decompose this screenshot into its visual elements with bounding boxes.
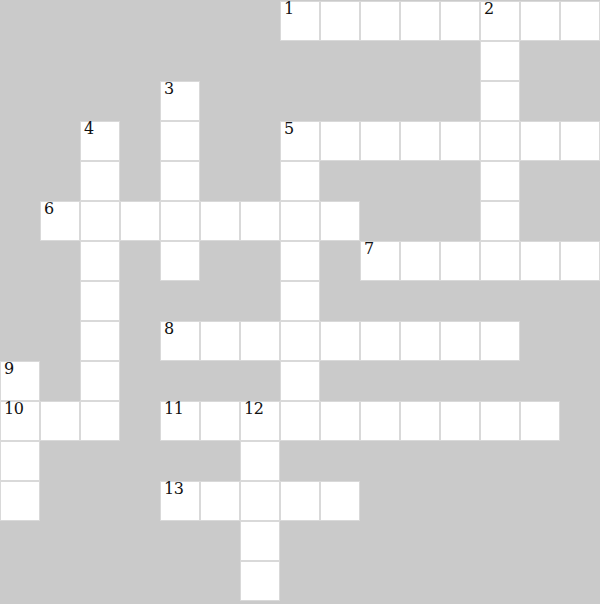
crossword-cell-r0c13[interactable]	[521, 2, 559, 40]
block-cell-r4c8	[321, 162, 359, 200]
crossword-cell-r13c6[interactable]	[241, 522, 279, 560]
crossword-cell-r5c7[interactable]	[281, 202, 319, 240]
crossword-cell-r10c5[interactable]	[201, 402, 239, 440]
block-cell-r12c14	[561, 482, 599, 520]
block-cell-r1c6	[241, 42, 279, 80]
crossword-cell-r12c4[interactable]: 13	[161, 482, 199, 520]
block-cell-r12c1	[41, 482, 79, 520]
crossword-cell-r3c4[interactable]	[161, 122, 199, 160]
crossword-cell-r3c2[interactable]: 4	[81, 122, 119, 160]
crossword-cell-r10c2[interactable]	[81, 402, 119, 440]
block-cell-r7c3	[121, 282, 159, 320]
block-cell-r5c10	[401, 202, 439, 240]
crossword-cell-r9c2[interactable]	[81, 362, 119, 400]
block-cell-r1c14	[561, 42, 599, 80]
crossword-cell-r5c1[interactable]: 6	[41, 202, 79, 240]
crossword-cell-r6c12[interactable]	[481, 242, 519, 280]
block-cell-r4c14	[561, 162, 599, 200]
crossword-cell-r3c14[interactable]	[561, 122, 599, 160]
block-cell-r11c11	[441, 442, 479, 480]
block-cell-r10c14	[561, 402, 599, 440]
block-cell-r7c6	[241, 282, 279, 320]
block-cell-r2c3	[121, 82, 159, 120]
block-cell-r1c0	[1, 42, 39, 80]
block-cell-r14c0	[1, 562, 39, 600]
crossword-cell-r0c10[interactable]	[401, 2, 439, 40]
clue-number-3: 3	[164, 81, 174, 97]
block-cell-r9c13	[521, 362, 559, 400]
crossword-cell-r10c13[interactable]	[521, 402, 559, 440]
clue-number-4: 4	[84, 121, 94, 137]
block-cell-r12c11	[441, 482, 479, 520]
block-cell-r7c14	[561, 282, 599, 320]
crossword-cell-r8c8[interactable]	[321, 322, 359, 360]
crossword-cell-r3c7[interactable]: 5	[281, 122, 319, 160]
block-cell-r1c1	[41, 42, 79, 80]
crossword-cell-r0c9[interactable]	[361, 2, 399, 40]
crossword-cell-r12c6[interactable]	[241, 482, 279, 520]
crossword-cell-r5c12[interactable]	[481, 202, 519, 240]
crossword-cell-r9c7[interactable]	[281, 362, 319, 400]
block-cell-r4c13	[521, 162, 559, 200]
block-cell-r13c7	[281, 522, 319, 560]
block-cell-r13c2	[81, 522, 119, 560]
clue-number-5: 5	[284, 121, 294, 137]
block-cell-r7c12	[481, 282, 519, 320]
crossword-cell-r0c12[interactable]: 2	[481, 2, 519, 40]
crossword-cell-r0c11[interactable]	[441, 2, 479, 40]
block-cell-r11c7	[281, 442, 319, 480]
block-cell-r4c6	[241, 162, 279, 200]
crossword-cell-r3c13[interactable]	[521, 122, 559, 160]
block-cell-r13c14	[561, 522, 599, 560]
clue-number-9: 9	[4, 361, 14, 377]
block-cell-r0c6	[241, 2, 279, 40]
block-cell-r1c2	[81, 42, 119, 80]
block-cell-r12c12	[481, 482, 519, 520]
crossword-cell-r4c2[interactable]	[81, 162, 119, 200]
block-cell-r5c11	[441, 202, 479, 240]
crossword-cell-r2c4[interactable]: 3	[161, 82, 199, 120]
block-cell-r13c12	[481, 522, 519, 560]
block-cell-r7c5	[201, 282, 239, 320]
block-cell-r6c0	[1, 242, 39, 280]
block-cell-r12c10	[401, 482, 439, 520]
block-cell-r8c14	[561, 322, 599, 360]
block-cell-r14c11	[441, 562, 479, 600]
block-cell-r2c11	[441, 82, 479, 120]
block-cell-r14c9	[361, 562, 399, 600]
block-cell-r7c1	[41, 282, 79, 320]
crossword-cell-r0c8[interactable]	[321, 2, 359, 40]
block-cell-r7c8	[321, 282, 359, 320]
block-cell-r9c9	[361, 362, 399, 400]
crossword-cell-r8c5[interactable]	[201, 322, 239, 360]
block-cell-r4c9	[361, 162, 399, 200]
crossword-board: 12345678910111213	[0, 0, 600, 604]
clue-number-13: 13	[164, 481, 183, 497]
block-cell-r13c1	[41, 522, 79, 560]
block-cell-r2c5	[201, 82, 239, 120]
block-cell-r7c11	[441, 282, 479, 320]
crossword-cell-r11c6[interactable]	[241, 442, 279, 480]
crossword-cell-r3c11[interactable]	[441, 122, 479, 160]
block-cell-r4c5	[201, 162, 239, 200]
block-cell-r11c3	[121, 442, 159, 480]
block-cell-r13c11	[441, 522, 479, 560]
crossword-cell-r3c8[interactable]	[321, 122, 359, 160]
crossword-cell-r4c4[interactable]	[161, 162, 199, 200]
block-cell-r13c9	[361, 522, 399, 560]
block-cell-r1c7	[281, 42, 319, 80]
block-cell-r2c2	[81, 82, 119, 120]
block-cell-r11c4	[161, 442, 199, 480]
block-cell-r13c5	[201, 522, 239, 560]
crossword-cell-r5c4[interactable]	[161, 202, 199, 240]
crossword-cell-r6c4[interactable]	[161, 242, 199, 280]
block-cell-r7c4	[161, 282, 199, 320]
block-cell-r6c6	[241, 242, 279, 280]
crossword-cell-r8c4[interactable]: 8	[161, 322, 199, 360]
block-cell-r8c13	[521, 322, 559, 360]
clue-number-10: 10	[4, 401, 23, 417]
crossword-cell-r12c5[interactable]	[201, 482, 239, 520]
crossword-cell-r3c10[interactable]	[401, 122, 439, 160]
block-cell-r2c7	[281, 82, 319, 120]
crossword-cell-r12c8[interactable]	[321, 482, 359, 520]
block-cell-r0c5	[201, 2, 239, 40]
block-cell-r6c1	[41, 242, 79, 280]
block-cell-r9c10	[401, 362, 439, 400]
crossword-cell-r10c11[interactable]	[441, 402, 479, 440]
crossword-cell-r12c0[interactable]	[1, 482, 39, 520]
block-cell-r9c11	[441, 362, 479, 400]
block-cell-r10c3	[121, 402, 159, 440]
block-cell-r3c5	[201, 122, 239, 160]
block-cell-r14c7	[281, 562, 319, 600]
crossword-cell-r9c0[interactable]: 9	[1, 362, 39, 400]
crossword-cell-r3c9[interactable]	[361, 122, 399, 160]
block-cell-r9c12	[481, 362, 519, 400]
block-cell-r13c3	[121, 522, 159, 560]
block-cell-r11c14	[561, 442, 599, 480]
clue-number-8: 8	[164, 321, 174, 337]
crossword-cell-r6c11[interactable]	[441, 242, 479, 280]
block-cell-r0c3	[121, 2, 159, 40]
block-cell-r3c3	[121, 122, 159, 160]
crossword-cell-r5c5[interactable]	[201, 202, 239, 240]
block-cell-r8c0	[1, 322, 39, 360]
crossword-cell-r1c12[interactable]	[481, 42, 519, 80]
block-cell-r1c13	[521, 42, 559, 80]
crossword-cell-r12c7[interactable]	[281, 482, 319, 520]
clue-number-1: 1	[284, 1, 294, 17]
clue-number-7: 7	[364, 241, 374, 257]
block-cell-r3c1	[41, 122, 79, 160]
crossword-cell-r8c12[interactable]	[481, 322, 519, 360]
block-cell-r3c6	[241, 122, 279, 160]
block-cell-r2c9	[361, 82, 399, 120]
block-cell-r9c4	[161, 362, 199, 400]
clue-number-6: 6	[44, 201, 54, 217]
block-cell-r6c5	[201, 242, 239, 280]
crossword-cell-r0c7[interactable]: 1	[281, 2, 319, 40]
crossword-cell-r6c2[interactable]	[81, 242, 119, 280]
block-cell-r14c14	[561, 562, 599, 600]
block-cell-r14c8	[321, 562, 359, 600]
block-cell-r4c0	[1, 162, 39, 200]
block-cell-r6c8	[321, 242, 359, 280]
block-cell-r7c9	[361, 282, 399, 320]
block-cell-r2c13	[521, 82, 559, 120]
crossword-cell-r10c4[interactable]: 11	[161, 402, 199, 440]
block-cell-r11c8	[321, 442, 359, 480]
block-cell-r11c12	[481, 442, 519, 480]
block-cell-r13c8	[321, 522, 359, 560]
crossword-grid: 12345678910111213	[1, 2, 600, 602]
crossword-cell-r6c10[interactable]	[401, 242, 439, 280]
block-cell-r0c1	[41, 2, 79, 40]
crossword-cell-r10c12[interactable]	[481, 402, 519, 440]
block-cell-r2c14	[561, 82, 599, 120]
block-cell-r0c4	[161, 2, 199, 40]
block-cell-r14c1	[41, 562, 79, 600]
block-cell-r13c0	[1, 522, 39, 560]
block-cell-r1c11	[441, 42, 479, 80]
block-cell-r0c0	[1, 2, 39, 40]
block-cell-r14c3	[121, 562, 159, 600]
block-cell-r12c3	[121, 482, 159, 520]
crossword-cell-r10c10[interactable]	[401, 402, 439, 440]
block-cell-r8c3	[121, 322, 159, 360]
crossword-cell-r10c9[interactable]	[361, 402, 399, 440]
block-cell-r14c2	[81, 562, 119, 600]
block-cell-r0c2	[81, 2, 119, 40]
block-cell-r11c10	[401, 442, 439, 480]
block-cell-r2c1	[41, 82, 79, 120]
block-cell-r5c14	[561, 202, 599, 240]
block-cell-r2c6	[241, 82, 279, 120]
crossword-cell-r2c12[interactable]	[481, 82, 519, 120]
block-cell-r2c10	[401, 82, 439, 120]
crossword-cell-r8c6[interactable]	[241, 322, 279, 360]
block-cell-r13c4	[161, 522, 199, 560]
block-cell-r1c10	[401, 42, 439, 80]
block-cell-r13c13	[521, 522, 559, 560]
block-cell-r4c1	[41, 162, 79, 200]
block-cell-r5c13	[521, 202, 559, 240]
block-cell-r6c3	[121, 242, 159, 280]
crossword-cell-r5c3[interactable]	[121, 202, 159, 240]
block-cell-r4c11	[441, 162, 479, 200]
block-cell-r11c2	[81, 442, 119, 480]
block-cell-r9c3	[121, 362, 159, 400]
crossword-cell-r10c0[interactable]: 10	[1, 402, 39, 440]
crossword-cell-r6c13[interactable]	[521, 242, 559, 280]
block-cell-r2c8	[321, 82, 359, 120]
block-cell-r8c1	[41, 322, 79, 360]
block-cell-r14c13	[521, 562, 559, 600]
block-cell-r11c13	[521, 442, 559, 480]
crossword-cell-r8c10[interactable]	[401, 322, 439, 360]
block-cell-r11c5	[201, 442, 239, 480]
crossword-cell-r8c2[interactable]	[81, 322, 119, 360]
crossword-cell-r8c11[interactable]	[441, 322, 479, 360]
crossword-cell-r8c7[interactable]	[281, 322, 319, 360]
crossword-cell-r10c6[interactable]: 12	[241, 402, 279, 440]
block-cell-r1c8	[321, 42, 359, 80]
block-cell-r14c4	[161, 562, 199, 600]
block-cell-r5c0	[1, 202, 39, 240]
crossword-cell-r10c1[interactable]	[41, 402, 79, 440]
block-cell-r1c3	[121, 42, 159, 80]
crossword-cell-r11c0[interactable]	[1, 442, 39, 480]
block-cell-r3c0	[1, 122, 39, 160]
crossword-cell-r10c8[interactable]	[321, 402, 359, 440]
block-cell-r9c1	[41, 362, 79, 400]
clue-number-2: 2	[484, 1, 494, 17]
block-cell-r7c13	[521, 282, 559, 320]
crossword-cell-r6c14[interactable]	[561, 242, 599, 280]
block-cell-r9c14	[561, 362, 599, 400]
block-cell-r2c0	[1, 82, 39, 120]
block-cell-r12c9	[361, 482, 399, 520]
crossword-cell-r0c14[interactable]	[561, 2, 599, 40]
block-cell-r14c5	[201, 562, 239, 600]
crossword-cell-r4c7[interactable]	[281, 162, 319, 200]
crossword-cell-r7c7[interactable]	[281, 282, 319, 320]
block-cell-r12c13	[521, 482, 559, 520]
block-cell-r4c3	[121, 162, 159, 200]
block-cell-r1c9	[361, 42, 399, 80]
block-cell-r5c9	[361, 202, 399, 240]
crossword-cell-r8c9[interactable]	[361, 322, 399, 360]
block-cell-r7c0	[1, 282, 39, 320]
crossword-cell-r4c12[interactable]	[481, 162, 519, 200]
block-cell-r7c10	[401, 282, 439, 320]
crossword-cell-r5c6[interactable]	[241, 202, 279, 240]
crossword-cell-r10c7[interactable]	[281, 402, 319, 440]
block-cell-r12c2	[81, 482, 119, 520]
crossword-cell-r5c2[interactable]	[81, 202, 119, 240]
block-cell-r14c12	[481, 562, 519, 600]
crossword-cell-r7c2[interactable]	[81, 282, 119, 320]
crossword-cell-r6c9[interactable]: 7	[361, 242, 399, 280]
block-cell-r13c10	[401, 522, 439, 560]
block-cell-r9c6	[241, 362, 279, 400]
block-cell-r1c5	[201, 42, 239, 80]
crossword-cell-r3c12[interactable]	[481, 122, 519, 160]
clue-number-12: 12	[244, 401, 263, 417]
block-cell-r1c4	[161, 42, 199, 80]
block-cell-r9c8	[321, 362, 359, 400]
block-cell-r11c9	[361, 442, 399, 480]
crossword-cell-r6c7[interactable]	[281, 242, 319, 280]
crossword-cell-r5c8[interactable]	[321, 202, 359, 240]
block-cell-r4c10	[401, 162, 439, 200]
block-cell-r9c5	[201, 362, 239, 400]
block-cell-r11c1	[41, 442, 79, 480]
crossword-cell-r14c6[interactable]	[241, 562, 279, 600]
clue-number-11: 11	[164, 401, 183, 417]
block-cell-r14c10	[401, 562, 439, 600]
